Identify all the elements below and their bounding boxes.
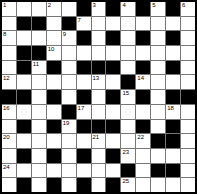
block-cell (106, 2, 120, 16)
letter-cell[interactable] (62, 134, 76, 148)
letter-cell[interactable] (121, 17, 135, 31)
letter-cell[interactable] (106, 134, 120, 148)
letter-cell[interactable] (136, 17, 150, 31)
letter-cell[interactable] (32, 134, 46, 148)
clue-number: 20 (3, 134, 10, 141)
letter-cell[interactable] (151, 105, 165, 119)
letter-cell[interactable] (92, 90, 106, 104)
letter-cell[interactable] (62, 2, 76, 16)
letter-cell[interactable] (17, 2, 31, 16)
letter-cell[interactable] (151, 75, 165, 89)
block-cell (166, 134, 180, 148)
letter-cell[interactable] (32, 90, 46, 104)
letter-cell[interactable] (92, 105, 106, 119)
letter-cell[interactable]: 8 (2, 31, 16, 45)
block-cell (121, 164, 135, 178)
block-cell (17, 120, 31, 134)
clue-number: 3 (93, 2, 96, 9)
letter-cell[interactable] (62, 149, 76, 163)
block-cell (121, 75, 135, 89)
block-cell (77, 2, 91, 16)
block-cell (166, 2, 180, 16)
letter-cell[interactable] (32, 2, 46, 16)
letter-cell[interactable] (47, 31, 61, 45)
clue-number: 7 (78, 17, 81, 24)
letter-cell[interactable] (17, 134, 31, 148)
letter-cell[interactable] (121, 120, 135, 134)
letter-cell[interactable] (2, 46, 16, 60)
letter-cell[interactable] (77, 46, 91, 60)
letter-cell[interactable]: 17 (77, 105, 91, 119)
letter-cell[interactable] (32, 178, 46, 192)
block-cell (166, 164, 180, 178)
letter-cell[interactable] (181, 149, 195, 163)
letter-cell[interactable] (166, 149, 180, 163)
letter-cell[interactable]: 25 (121, 178, 135, 192)
letter-cell[interactable] (47, 134, 61, 148)
letter-cell[interactable] (47, 17, 61, 31)
clue-number: 10 (48, 46, 55, 53)
block-cell (77, 61, 91, 75)
crossword-grid: 1234567891011121314151617181920212223242… (0, 0, 197, 194)
letter-cell[interactable]: 9 (62, 31, 76, 45)
block-cell (77, 31, 91, 45)
block-cell (47, 149, 61, 163)
letter-cell[interactable] (151, 178, 165, 192)
letter-cell[interactable] (151, 61, 165, 75)
clue-number: 13 (93, 75, 100, 82)
letter-cell[interactable] (92, 46, 106, 60)
block-cell (136, 61, 150, 75)
clue-number: 24 (3, 164, 10, 171)
clue-number: 14 (137, 75, 144, 82)
letter-cell[interactable]: 16 (2, 105, 16, 119)
letter-cell[interactable] (151, 46, 165, 60)
letter-cell[interactable] (62, 90, 76, 104)
letter-cell[interactable] (32, 149, 46, 163)
block-cell (17, 178, 31, 192)
letter-cell[interactable] (17, 75, 31, 89)
letter-cell[interactable] (106, 75, 120, 89)
clue-number: 15 (122, 90, 129, 97)
letter-cell[interactable] (181, 120, 195, 134)
letter-cell[interactable] (92, 149, 106, 163)
clue-number: 16 (3, 105, 10, 112)
letter-cell[interactable] (106, 46, 120, 60)
letter-cell[interactable] (136, 149, 150, 163)
letter-cell[interactable] (106, 164, 120, 178)
letter-cell[interactable] (2, 17, 16, 31)
block-cell (2, 90, 16, 104)
letter-cell[interactable] (32, 164, 46, 178)
letter-cell[interactable] (62, 178, 76, 192)
letter-cell[interactable] (2, 120, 16, 134)
letter-cell[interactable]: 3 (92, 2, 106, 16)
letter-cell[interactable] (47, 164, 61, 178)
crossword-puzzle: 1234567891011121314151617181920212223242… (0, 0, 197, 194)
block-cell (17, 149, 31, 163)
letter-cell[interactable] (166, 75, 180, 89)
letter-cell[interactable] (92, 164, 106, 178)
letter-cell[interactable] (181, 31, 195, 45)
block-cell (17, 17, 31, 31)
block-cell (77, 90, 91, 104)
clue-number: 21 (93, 134, 100, 141)
block-cell (47, 61, 61, 75)
block-cell (151, 164, 165, 178)
clue-number: 23 (122, 149, 129, 156)
letter-cell[interactable] (181, 134, 195, 148)
clue-number: 12 (3, 75, 10, 82)
letter-cell[interactable] (181, 75, 195, 89)
block-cell (106, 90, 120, 104)
clue-number: 18 (167, 105, 174, 112)
block-cell (77, 120, 91, 134)
letter-cell[interactable]: 1 (2, 2, 16, 16)
clue-number: 4 (122, 2, 125, 9)
letter-cell[interactable]: 23 (121, 149, 135, 163)
block-cell (17, 46, 31, 60)
letter-cell[interactable]: 18 (166, 105, 180, 119)
block-cell (166, 90, 180, 104)
letter-cell[interactable] (77, 134, 91, 148)
clue-number: 11 (33, 61, 39, 68)
block-cell (32, 46, 46, 60)
letter-cell[interactable] (121, 105, 135, 119)
letter-cell[interactable] (92, 178, 106, 192)
letter-cell[interactable] (92, 17, 106, 31)
block-cell (166, 61, 180, 75)
letter-cell[interactable] (92, 31, 106, 45)
letter-cell[interactable] (181, 178, 195, 192)
letter-cell[interactable]: 12 (2, 75, 16, 89)
letter-cell[interactable] (136, 178, 150, 192)
block-cell (136, 120, 150, 134)
block-cell (77, 149, 91, 163)
block-cell (136, 31, 150, 45)
letter-cell[interactable]: 15 (121, 90, 135, 104)
letter-cell[interactable] (121, 46, 135, 60)
letter-cell[interactable]: 5 (151, 2, 165, 16)
block-cell (106, 120, 120, 134)
block-cell (92, 120, 106, 134)
letter-cell[interactable] (62, 46, 76, 60)
letter-cell[interactable]: 24 (2, 164, 16, 178)
block-cell (151, 134, 165, 148)
letter-cell[interactable] (181, 61, 195, 75)
letter-cell[interactable] (166, 17, 180, 31)
clue-number: 25 (122, 178, 129, 185)
letter-cell[interactable]: 13 (92, 75, 106, 89)
letter-cell[interactable] (2, 178, 16, 192)
block-cell (166, 31, 180, 45)
letter-cell[interactable] (2, 61, 16, 75)
clue-number: 22 (137, 134, 144, 141)
letter-cell[interactable]: 6 (181, 2, 195, 16)
block-cell (136, 2, 150, 16)
letter-cell[interactable] (17, 164, 31, 178)
clue-number: 6 (182, 2, 185, 9)
block-cell (17, 61, 31, 75)
letter-cell[interactable] (151, 90, 165, 104)
block-cell (47, 90, 61, 104)
block-cell (32, 17, 46, 31)
letter-cell[interactable] (32, 105, 46, 119)
letter-cell[interactable] (151, 120, 165, 134)
letter-cell[interactable] (166, 178, 180, 192)
letter-cell[interactable] (17, 31, 31, 45)
letter-cell[interactable] (121, 134, 135, 148)
clue-number: 17 (78, 105, 85, 112)
block-cell (106, 178, 120, 192)
letter-cell[interactable] (47, 105, 61, 119)
letter-cell[interactable]: 19 (62, 120, 76, 134)
letter-cell[interactable] (47, 75, 61, 89)
letter-cell[interactable] (181, 46, 195, 60)
letter-cell[interactable] (32, 75, 46, 89)
clue-number: 19 (63, 120, 70, 127)
letter-cell[interactable]: 10 (47, 46, 61, 60)
letter-cell[interactable] (32, 31, 46, 45)
letter-cell[interactable] (121, 31, 135, 45)
block-cell (17, 90, 31, 104)
block-cell (106, 149, 120, 163)
letter-cell[interactable] (2, 149, 16, 163)
letter-cell[interactable] (77, 75, 91, 89)
letter-cell[interactable] (62, 61, 76, 75)
block-cell (47, 178, 61, 192)
block-cell (106, 61, 120, 75)
letter-cell[interactable] (17, 105, 31, 119)
letter-cell[interactable]: 14 (136, 75, 150, 89)
clue-number: 8 (3, 31, 6, 38)
letter-cell[interactable] (106, 17, 120, 31)
clue-number: 5 (152, 2, 155, 9)
letter-cell[interactable]: 7 (77, 17, 91, 31)
letter-cell[interactable] (166, 46, 180, 60)
block-cell (62, 17, 76, 31)
letter-cell[interactable] (106, 105, 120, 119)
letter-cell[interactable] (151, 149, 165, 163)
block-cell (92, 61, 106, 75)
block-cell (106, 31, 120, 45)
letter-cell[interactable] (181, 105, 195, 119)
letter-cell[interactable] (136, 164, 150, 178)
clue-number: 2 (48, 2, 51, 9)
letter-cell[interactable] (32, 120, 46, 134)
letter-cell[interactable] (77, 164, 91, 178)
clue-number: 1 (3, 2, 6, 9)
block-cell (62, 105, 76, 119)
letter-cell[interactable]: 20 (2, 134, 16, 148)
letter-cell[interactable] (62, 164, 76, 178)
letter-cell[interactable] (136, 105, 150, 119)
letter-cell[interactable] (181, 17, 195, 31)
clue-number: 9 (63, 31, 66, 38)
block-cell (136, 90, 150, 104)
letter-cell[interactable]: 11 (32, 61, 46, 75)
block-cell (47, 120, 61, 134)
block-cell (181, 90, 195, 104)
letter-cell[interactable]: 4 (121, 2, 135, 16)
letter-cell[interactable] (151, 17, 165, 31)
block-cell (166, 120, 180, 134)
block-cell (77, 178, 91, 192)
letter-cell[interactable] (181, 164, 195, 178)
letter-cell[interactable] (121, 61, 135, 75)
letter-cell[interactable]: 2 (47, 2, 61, 16)
letter-cell[interactable]: 21 (92, 134, 106, 148)
letter-cell[interactable] (151, 31, 165, 45)
letter-cell[interactable] (136, 46, 150, 60)
letter-cell[interactable]: 22 (136, 134, 150, 148)
letter-cell[interactable] (62, 75, 76, 89)
